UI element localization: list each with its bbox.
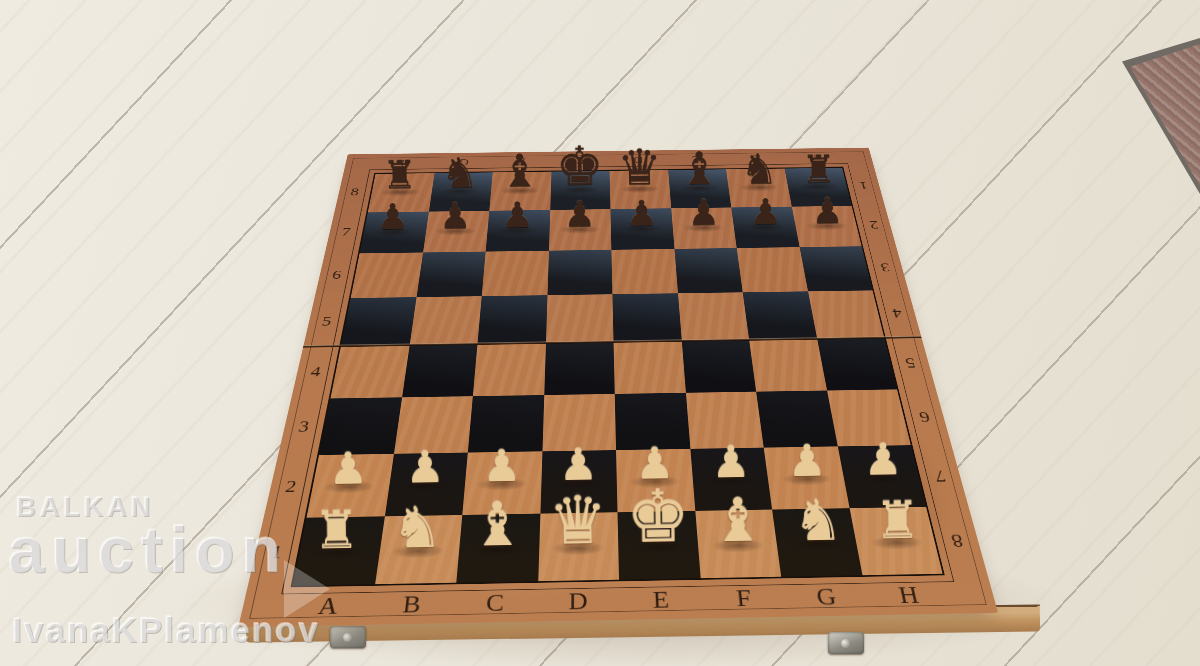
rank-label-left-8: 8	[349, 186, 360, 198]
white-knight-b1: ♞	[391, 499, 443, 556]
white-rook-h1: ♜	[874, 495, 921, 547]
file-label-top-G: G	[458, 157, 469, 167]
pieces-layer: ♜♞♝♚♛♝♞♜♟♟♟♟♟♟♟♟♟♟♟♟♟♟♟♟♜♞♝♛♚♝♞♜	[291, 167, 945, 588]
black-pawn-d7: ♟	[563, 196, 595, 232]
rank-label-right-5: 5	[903, 355, 917, 371]
black-pawn-h7: ♟	[811, 193, 843, 229]
file-label-bottom-C: C	[485, 589, 505, 617]
white-pawn-f2: ♟	[711, 440, 751, 484]
white-rook-a1: ♜	[313, 505, 360, 558]
black-pawn-b7: ♟	[439, 198, 471, 234]
rank-label-right-1: 1	[858, 179, 869, 191]
file-label-top-C: C	[691, 154, 701, 164]
rank-label-right-3: 3	[879, 260, 891, 274]
rank-label-left-3: 3	[297, 418, 311, 436]
rank-label-right-2: 2	[868, 218, 880, 231]
black-king-d8: ♚	[555, 139, 604, 193]
file-label-bottom-F: F	[735, 585, 753, 612]
coordinate-labels: 8765432112345678ABCDEFGHHGFEDCBA	[348, 148, 869, 155]
rank-label-left-5: 5	[320, 314, 332, 329]
watermark-auction: auction	[8, 512, 288, 587]
file-label-top-H: H	[400, 158, 412, 168]
file-label-top-D: D	[633, 155, 643, 165]
file-label-top-E: E	[576, 155, 585, 165]
rank-label-left-2: 2	[283, 477, 298, 497]
rank-label-left-7: 7	[340, 226, 351, 239]
black-pawn-e7: ♟	[626, 195, 658, 231]
white-pawn-h2: ♟	[863, 437, 903, 481]
black-queen-e8: ♛	[617, 143, 662, 193]
rank-label-right-4: 4	[891, 306, 904, 321]
black-pawn-a7: ♟	[377, 198, 410, 234]
auction-photo-scene: ♜♞♝♚♛♝♞♜♟♟♟♟♟♟♟♟♟♟♟♟♟♟♟♟♜♞♝♛♚♝♞♜ 8765432…	[0, 0, 1200, 666]
white-bishop-c1: ♝	[470, 494, 525, 555]
black-pawn-c7: ♟	[501, 197, 533, 233]
file-label-top-F: F	[518, 156, 526, 166]
white-pawn-g2: ♟	[787, 438, 827, 482]
white-pawn-b2: ♟	[405, 445, 445, 489]
file-label-top-A: A	[806, 152, 818, 162]
black-pawn-f7: ♟	[688, 194, 720, 230]
file-label-bottom-B: B	[401, 591, 422, 619]
white-pawn-d2: ♟	[558, 442, 598, 486]
white-queen-d1: ♛	[548, 487, 608, 554]
black-knight-g8: ♞	[740, 148, 778, 190]
rank-label-left-6: 6	[331, 268, 343, 282]
white-knight-g1: ♞	[792, 492, 843, 549]
rank-label-right-6: 6	[917, 408, 931, 426]
white-pawn-c2: ♟	[482, 443, 522, 487]
file-label-bottom-H: H	[896, 582, 921, 609]
file-label-top-B: B	[749, 153, 760, 163]
rank-label-right-8: 8	[949, 530, 965, 551]
black-bishop-c8: ♝	[499, 148, 540, 193]
watermark-username: IvanaKPlamenov	[12, 610, 320, 650]
metal-clasp-right	[828, 632, 864, 654]
file-label-bottom-D: D	[568, 588, 587, 616]
white-pawn-a2: ♟	[328, 446, 368, 490]
white-bishop-f1: ♝	[711, 490, 766, 551]
chess-board-perspective-wrap: ♜♞♝♚♛♝♞♜♟♟♟♟♟♟♟♟♟♟♟♟♟♟♟♟♜♞♝♛♚♝♞♜ 8765432…	[240, 18, 1000, 622]
black-bishop-f8: ♝	[679, 146, 720, 191]
black-pawn-g7: ♟	[749, 193, 781, 229]
chess-board: ♜♞♝♚♛♝♞♜♟♟♟♟♟♟♟♟♟♟♟♟♟♟♟♟♜♞♝♛♚♝♞♜ 8765432…	[238, 148, 998, 628]
rank-label-right-7: 7	[932, 466, 947, 485]
file-label-bottom-E: E	[652, 586, 670, 613]
rank-label-left-4: 4	[309, 364, 322, 380]
white-king-e1: ♚	[625, 481, 690, 554]
metal-clasp-left	[330, 626, 366, 648]
file-label-bottom-G: G	[815, 583, 839, 610]
